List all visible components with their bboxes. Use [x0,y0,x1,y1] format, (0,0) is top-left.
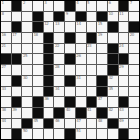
white-cell[interactable]: 17 [12,33,22,43]
white-cell[interactable]: 30 [22,76,32,86]
white-cell[interactable] [129,119,139,129]
white-cell[interactable]: 42 [108,108,118,118]
white-cell[interactable] [22,33,32,43]
white-cell[interactable] [65,44,75,54]
white-cell[interactable]: 22 [54,44,64,54]
white-cell[interactable] [119,76,129,86]
clue-number: 35 [108,87,112,91]
white-cell[interactable]: 8 [1,12,11,22]
clue-number: 3 [44,1,46,5]
white-cell[interactable]: 28 [54,65,64,75]
black-cell [44,33,54,43]
white-cell[interactable] [97,44,107,54]
black-cell [54,12,64,22]
black-cell [65,97,75,107]
crossword-grid: 1234567891011121314151617181920212223242… [0,0,140,140]
white-cell[interactable]: 37 [97,97,107,107]
clue-number: 11 [119,12,123,16]
white-cell[interactable] [54,76,64,86]
white-cell[interactable] [76,33,86,43]
white-cell[interactable]: 44 [1,119,11,129]
white-cell[interactable] [12,65,22,75]
white-cell[interactable] [129,108,139,118]
black-cell [87,97,97,107]
crossword-board: 1234567891011121314151617181920212223242… [0,0,140,140]
white-cell[interactable]: 25 [22,54,32,64]
white-cell[interactable]: 33 [1,87,11,97]
white-cell[interactable]: 1 [1,1,11,11]
black-cell [1,54,11,64]
clue-number: 5 [87,1,89,5]
clue-number: 39 [12,108,16,112]
black-cell [12,129,22,139]
white-cell[interactable] [76,87,86,97]
white-cell[interactable] [54,97,64,107]
clue-number: 32 [108,76,112,80]
black-cell [44,65,54,75]
white-cell[interactable]: 38 [1,108,11,118]
white-cell[interactable] [87,87,97,97]
black-cell [33,108,43,118]
white-cell[interactable] [119,22,129,32]
black-cell [44,87,54,97]
white-cell[interactable] [65,65,75,75]
white-cell[interactable] [22,97,32,107]
clue-number: 10 [108,12,112,16]
white-cell[interactable] [97,65,107,75]
clue-number: 4 [76,1,78,5]
white-cell[interactable]: 45 [33,119,43,129]
clue-number: 49 [119,119,123,123]
white-cell[interactable] [87,119,97,129]
black-cell [65,54,75,64]
clue-number: 21 [2,44,6,48]
white-cell[interactable] [33,44,43,54]
white-cell[interactable]: 50 [22,129,32,139]
white-cell[interactable]: 47 [76,119,86,129]
black-cell [108,54,118,64]
clue-number: 15 [98,22,102,26]
white-cell[interactable] [33,65,43,75]
white-cell[interactable] [129,12,139,22]
clue-number: 48 [98,119,102,123]
black-cell [108,119,118,129]
white-cell[interactable] [1,22,11,32]
clue-number: 47 [76,119,80,123]
black-cell [97,76,107,86]
white-cell[interactable] [12,119,22,129]
clue-number: 13 [55,22,59,26]
clue-number: 29 [119,65,123,69]
white-cell[interactable] [65,22,75,32]
white-cell[interactable] [22,108,32,118]
white-cell[interactable]: 9 [65,12,75,22]
white-cell[interactable]: 5 [87,1,97,11]
white-cell[interactable] [76,44,86,54]
black-cell [87,33,97,43]
black-cell [33,22,43,32]
clue-number: 6 [108,1,110,5]
white-cell[interactable]: 51 [76,129,86,139]
white-cell[interactable] [97,54,107,64]
white-cell[interactable] [87,65,97,75]
white-cell[interactable] [87,12,97,22]
clue-number: 44 [2,119,6,123]
white-cell[interactable]: 14 [76,22,86,32]
white-cell[interactable] [108,129,118,139]
white-cell[interactable]: 16 [1,33,11,43]
black-cell [22,119,32,129]
white-cell[interactable] [1,76,11,86]
white-cell[interactable]: 2 [22,1,32,11]
clue-number: 2 [23,1,25,5]
clue-number: 17 [12,33,16,37]
black-cell [129,22,139,32]
clue-number: 28 [55,65,59,69]
white-cell[interactable]: 3 [44,1,54,11]
black-cell [12,22,22,32]
white-cell[interactable] [12,12,22,22]
white-cell[interactable] [76,97,86,107]
white-cell[interactable]: 39 [12,108,22,118]
clue-number: 30 [23,76,27,80]
white-cell[interactable] [1,129,11,139]
black-cell [119,97,129,107]
white-cell[interactable] [97,1,107,11]
clue-number: 33 [2,87,6,91]
white-cell[interactable]: 7 [129,1,139,11]
white-cell[interactable]: 41 [87,108,97,118]
white-cell[interactable] [22,65,32,75]
white-cell[interactable] [54,1,64,11]
white-cell[interactable] [87,76,97,86]
white-cell[interactable] [119,33,129,43]
black-cell [65,129,75,139]
white-cell[interactable] [33,87,43,97]
clue-number: 45 [34,119,38,123]
white-cell[interactable] [129,54,139,64]
white-cell[interactable]: 46 [54,119,64,129]
white-cell[interactable]: 35 [108,87,118,97]
white-cell[interactable]: 48 [97,119,107,129]
white-cell[interactable] [65,119,75,129]
clue-number: 22 [55,44,59,48]
white-cell[interactable] [44,129,54,139]
black-cell [44,44,54,54]
white-cell[interactable]: 23 [87,44,97,54]
white-cell[interactable] [33,54,43,64]
clue-number: 23 [87,44,91,48]
white-cell[interactable] [129,76,139,86]
white-cell[interactable] [22,12,32,22]
white-cell[interactable] [33,1,43,11]
clue-number: 20 [130,33,134,37]
clue-number: 12 [44,22,48,26]
black-cell [54,108,64,118]
white-cell[interactable] [22,22,32,32]
clue-number: 9 [66,12,68,16]
white-cell[interactable] [1,97,11,107]
white-cell[interactable]: 32 [108,76,118,86]
white-cell[interactable]: 43 [119,108,129,118]
clue-number: 50 [23,129,27,133]
white-cell[interactable] [33,76,43,86]
black-cell [108,44,118,54]
white-cell[interactable] [22,87,32,97]
clue-number: 43 [119,108,123,112]
white-cell[interactable]: 40 [65,108,75,118]
white-cell[interactable] [54,33,64,43]
black-cell [119,54,129,64]
white-cell[interactable] [33,129,43,139]
white-cell[interactable]: 27 [1,65,11,75]
white-cell[interactable] [108,33,118,43]
white-cell[interactable]: 10 [108,12,118,22]
clue-number: 40 [66,108,70,112]
white-cell[interactable] [97,129,107,139]
black-cell [65,76,75,86]
black-cell [97,108,107,118]
black-cell [33,12,43,22]
clue-number: 42 [108,108,112,112]
black-cell [44,76,54,86]
white-cell[interactable] [12,44,22,54]
white-cell[interactable]: 24 [119,44,129,54]
clue-number: 37 [98,97,102,101]
white-cell[interactable]: 4 [76,1,86,11]
white-cell[interactable] [54,54,64,64]
white-cell[interactable] [129,97,139,107]
clue-number: 7 [130,1,132,5]
white-cell[interactable]: 20 [129,33,139,43]
clue-number: 31 [76,76,80,80]
white-cell[interactable]: 13 [54,22,64,32]
white-cell[interactable] [22,44,32,54]
clue-number: 36 [44,97,48,101]
black-cell [12,97,22,107]
clue-number: 34 [55,87,59,91]
white-cell[interactable]: 6 [108,1,118,11]
clue-number: 38 [2,108,6,112]
black-cell [33,97,43,107]
white-cell[interactable] [44,12,54,22]
clue-number: 41 [87,108,91,112]
white-cell[interactable] [87,54,97,64]
white-cell[interactable] [129,44,139,54]
black-cell [65,1,75,11]
clue-number: 51 [76,129,80,133]
black-cell [119,1,129,11]
white-cell[interactable] [65,87,75,97]
black-cell [12,1,22,11]
white-cell[interactable]: 21 [1,44,11,54]
white-cell[interactable]: 15 [97,22,107,32]
white-cell[interactable] [108,97,118,107]
white-cell[interactable]: 29 [119,65,129,75]
white-cell[interactable] [54,129,64,139]
white-cell[interactable] [129,65,139,75]
clue-number: 18 [34,33,38,37]
clue-number: 16 [2,33,6,37]
clue-number: 27 [2,65,6,69]
black-cell [12,54,22,64]
white-cell[interactable] [87,129,97,139]
black-cell [108,65,118,75]
white-cell[interactable] [44,108,54,118]
black-cell [97,87,107,97]
white-cell[interactable]: 36 [44,97,54,107]
white-cell[interactable] [12,87,22,97]
white-cell[interactable]: 12 [44,22,54,32]
white-cell[interactable] [76,65,86,75]
white-cell[interactable]: 31 [76,76,86,86]
black-cell [119,129,129,139]
clue-number: 25 [23,54,27,58]
black-cell [12,76,22,86]
clue-number: 26 [76,54,80,58]
black-cell [44,119,54,129]
clue-number: 8 [2,12,4,16]
black-cell [65,33,75,43]
white-cell[interactable]: 11 [119,12,129,22]
clue-number: 14 [76,22,80,26]
clue-number: 24 [119,44,123,48]
clue-number: 1 [2,1,4,5]
clue-number: 19 [98,33,102,37]
black-cell [108,22,118,32]
black-cell [76,108,86,118]
white-cell[interactable]: 19 [97,33,107,43]
black-cell [44,54,54,64]
white-cell[interactable] [129,129,139,139]
white-cell[interactable] [119,87,129,97]
white-cell[interactable] [87,22,97,32]
white-cell[interactable] [129,87,139,97]
black-cell [97,12,107,22]
clue-number: 46 [55,119,59,123]
white-cell[interactable]: 18 [33,33,43,43]
white-cell[interactable]: 26 [76,54,86,64]
white-cell[interactable]: 34 [54,87,64,97]
white-cell[interactable]: 49 [119,119,129,129]
black-cell [76,12,86,22]
